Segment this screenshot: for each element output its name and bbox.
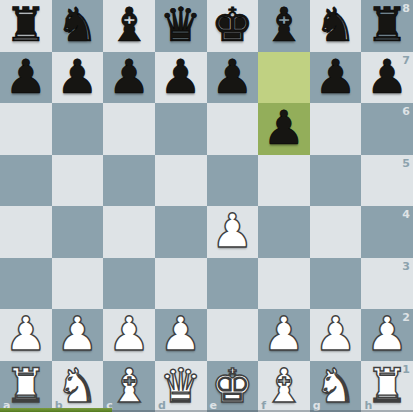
white-rook-h1[interactable]: ♜: [366, 362, 408, 409]
square-b8[interactable]: ♞: [52, 0, 104, 52]
square-b6[interactable]: [52, 103, 104, 155]
black-pawn-g7[interactable]: ♟: [314, 53, 356, 100]
square-f2[interactable]: ♟: [258, 309, 310, 361]
square-e2[interactable]: [207, 309, 259, 361]
white-pawn-d2[interactable]: ♟: [160, 310, 202, 357]
square-d5[interactable]: [155, 155, 207, 207]
square-a5[interactable]: [0, 155, 52, 207]
square-d2[interactable]: ♟: [155, 309, 207, 361]
square-g8[interactable]: ♞: [310, 0, 362, 52]
square-d4[interactable]: [155, 206, 207, 258]
square-g4[interactable]: [310, 206, 362, 258]
square-b3[interactable]: [52, 258, 104, 310]
square-c6[interactable]: [103, 103, 155, 155]
coord-rank-6: 6: [402, 105, 410, 118]
square-f6[interactable]: ♟: [258, 103, 310, 155]
coord-rank-5: 5: [402, 157, 410, 170]
square-g6[interactable]: [310, 103, 362, 155]
black-pawn-a7[interactable]: ♟: [5, 53, 47, 100]
black-knight-b8[interactable]: ♞: [56, 1, 98, 48]
square-h7[interactable]: 7♟: [361, 52, 413, 104]
black-pawn-c7[interactable]: ♟: [108, 53, 150, 100]
square-g2[interactable]: ♟: [310, 309, 362, 361]
square-f3[interactable]: [258, 258, 310, 310]
square-h4[interactable]: 4: [361, 206, 413, 258]
black-bishop-c8[interactable]: ♝: [108, 1, 150, 48]
black-pawn-b7[interactable]: ♟: [56, 53, 98, 100]
square-a4[interactable]: [0, 206, 52, 258]
black-pawn-d7[interactable]: ♟: [160, 53, 202, 100]
square-h8[interactable]: 8♜: [361, 0, 413, 52]
coord-rank-4: 4: [402, 208, 410, 221]
black-pawn-f6[interactable]: ♟: [263, 104, 305, 151]
square-c7[interactable]: ♟: [103, 52, 155, 104]
square-b2[interactable]: ♟: [52, 309, 104, 361]
chess-board: ♜♞♝♛♚♝♞8♜♟♟♟♟♟♟7♟♟65♟43♟♟♟♟♟♟2♟a♜b♞c♝d♛e…: [0, 0, 413, 412]
square-f5[interactable]: [258, 155, 310, 207]
square-g1[interactable]: g♞: [310, 361, 362, 412]
white-pawn-a2[interactable]: ♟: [5, 310, 47, 357]
white-bishop-c1[interactable]: ♝: [108, 362, 150, 409]
square-e4[interactable]: ♟: [207, 206, 259, 258]
white-king-e1[interactable]: ♚: [211, 362, 253, 409]
square-c1[interactable]: c♝: [103, 361, 155, 412]
square-d8[interactable]: ♛: [155, 0, 207, 52]
square-g3[interactable]: [310, 258, 362, 310]
black-rook-h8[interactable]: ♜: [366, 1, 408, 48]
black-knight-g8[interactable]: ♞: [314, 1, 356, 48]
square-e6[interactable]: [207, 103, 259, 155]
square-h3[interactable]: 3: [361, 258, 413, 310]
square-e7[interactable]: ♟: [207, 52, 259, 104]
black-pawn-h7[interactable]: ♟: [366, 53, 408, 100]
white-knight-g1[interactable]: ♞: [314, 362, 356, 409]
white-knight-b1[interactable]: ♞: [56, 362, 98, 409]
square-b1[interactable]: b♞: [52, 361, 104, 412]
white-bishop-f1[interactable]: ♝: [263, 362, 305, 409]
square-a2[interactable]: ♟: [0, 309, 52, 361]
white-pawn-e4[interactable]: ♟: [211, 207, 253, 254]
square-c5[interactable]: [103, 155, 155, 207]
square-e1[interactable]: e♚: [207, 361, 259, 412]
square-h6[interactable]: 6: [361, 103, 413, 155]
white-pawn-h2[interactable]: ♟: [366, 310, 408, 357]
square-d1[interactable]: d♛: [155, 361, 207, 412]
square-b7[interactable]: ♟: [52, 52, 104, 104]
white-pawn-g2[interactable]: ♟: [314, 310, 356, 357]
square-g5[interactable]: [310, 155, 362, 207]
square-a8[interactable]: ♜: [0, 0, 52, 52]
square-a6[interactable]: [0, 103, 52, 155]
white-pawn-c2[interactable]: ♟: [108, 310, 150, 357]
square-b4[interactable]: [52, 206, 104, 258]
white-queen-d1[interactable]: ♛: [160, 362, 202, 409]
square-c3[interactable]: [103, 258, 155, 310]
square-a7[interactable]: ♟: [0, 52, 52, 104]
square-d6[interactable]: [155, 103, 207, 155]
square-h5[interactable]: 5: [361, 155, 413, 207]
square-f4[interactable]: [258, 206, 310, 258]
square-h1[interactable]: 1h♜: [361, 361, 413, 412]
square-f7[interactable]: [258, 52, 310, 104]
black-bishop-f8[interactable]: ♝: [263, 1, 305, 48]
square-b5[interactable]: [52, 155, 104, 207]
black-queen-d8[interactable]: ♛: [160, 1, 202, 48]
square-h2[interactable]: 2♟: [361, 309, 413, 361]
square-d7[interactable]: ♟: [155, 52, 207, 104]
white-pawn-b2[interactable]: ♟: [56, 310, 98, 357]
white-rook-a1[interactable]: ♜: [5, 362, 47, 409]
square-c4[interactable]: [103, 206, 155, 258]
square-g7[interactable]: ♟: [310, 52, 362, 104]
square-a3[interactable]: [0, 258, 52, 310]
square-e8[interactable]: ♚: [207, 0, 259, 52]
square-c2[interactable]: ♟: [103, 309, 155, 361]
progress-bar-fill: [0, 408, 112, 412]
black-rook-a8[interactable]: ♜: [5, 1, 47, 48]
square-a1[interactable]: a♜: [0, 361, 52, 412]
coord-rank-3: 3: [402, 260, 410, 273]
square-d3[interactable]: [155, 258, 207, 310]
square-e3[interactable]: [207, 258, 259, 310]
black-pawn-e7[interactable]: ♟: [211, 53, 253, 100]
white-pawn-f2[interactable]: ♟: [263, 310, 305, 357]
square-c8[interactable]: ♝: [103, 0, 155, 52]
black-king-e8[interactable]: ♚: [211, 1, 253, 48]
square-e5[interactable]: [207, 155, 259, 207]
square-f8[interactable]: ♝: [258, 0, 310, 52]
square-f1[interactable]: f♝: [258, 361, 310, 412]
